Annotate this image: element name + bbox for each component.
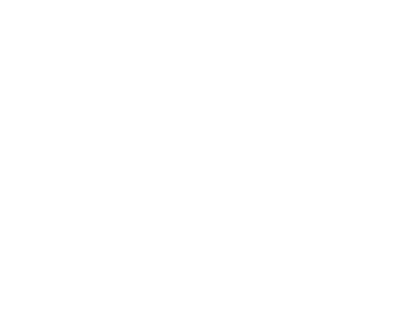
chess-board-viewport — [0, 0, 414, 311]
chess-board — [0, 0, 414, 311]
